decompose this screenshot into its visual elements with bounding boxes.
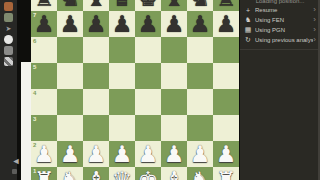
app-window: ➤ ◄ 8♜♞♝♛♚♝♞♜7♟♟♟♟♟♟♟♟65432♟♟♟♟♟♟♟♟1♜♞♝♛… (0, 0, 320, 180)
checker-grid-icon[interactable] (4, 57, 13, 66)
white-king-piece[interactable]: ♚ (135, 167, 161, 180)
square-g2[interactable]: ♟ (187, 141, 213, 167)
square-a6[interactable]: 6 (31, 37, 57, 63)
menu-item-resume[interactable]: + Resume › (240, 5, 320, 15)
chess-board: 8♜♞♝♛♚♝♞♜7♟♟♟♟♟♟♟♟65432♟♟♟♟♟♟♟♟1♜♞♝♛♚♝♞♜ (31, 0, 239, 180)
square-d7[interactable]: ♟ (109, 11, 135, 37)
history-icon: ↻ (244, 36, 252, 44)
square-a7[interactable]: 7♟ (31, 11, 57, 37)
white-pawn-piece[interactable]: ♟ (83, 141, 109, 167)
image-icon[interactable] (4, 13, 13, 22)
square-f6[interactable] (161, 37, 187, 63)
square-h2[interactable]: ♟ (213, 141, 239, 167)
chevron-right-icon: › (313, 25, 316, 35)
square-f3[interactable] (161, 115, 187, 141)
square-b4[interactable] (57, 89, 83, 115)
square-b8[interactable]: ♞ (57, 0, 83, 11)
square-e8[interactable]: ♚ (135, 0, 161, 11)
square-h7[interactable]: ♟ (213, 11, 239, 37)
square-d1[interactable]: ♛ (109, 167, 135, 180)
square-f4[interactable] (161, 89, 187, 115)
square-c1[interactable]: ♝ (83, 167, 109, 180)
menu-item-label: Using previous analysis (255, 37, 313, 43)
black-rook-piece[interactable]: ♜ (213, 0, 239, 11)
menu-item-using-pgn[interactable]: ▦ Using PGN › (240, 25, 320, 35)
square-g7[interactable]: ♟ (187, 11, 213, 37)
plus-icon: + (244, 7, 252, 14)
black-pawn-piece[interactable]: ♟ (161, 11, 187, 37)
square-c8[interactable]: ♝ (83, 0, 109, 11)
square-e2[interactable]: ♟ (135, 141, 161, 167)
square-b3[interactable] (57, 115, 83, 141)
white-pawn-piece[interactable]: ♟ (161, 141, 187, 167)
white-knight-piece[interactable]: ♞ (57, 167, 83, 180)
black-pawn-piece[interactable]: ♟ (135, 11, 161, 37)
square-h5[interactable] (213, 63, 239, 89)
side-panel-strip (21, 62, 31, 180)
white-pawn-piece[interactable]: ♟ (57, 141, 83, 167)
square-b1[interactable]: ♞ (57, 167, 83, 180)
square-g8[interactable]: ♞ (187, 0, 213, 11)
white-queen-piece[interactable]: ♛ (109, 167, 135, 180)
square-h1[interactable]: ♜ (213, 167, 239, 180)
black-knight-piece[interactable]: ♞ (57, 0, 83, 11)
white-rook-piece[interactable]: ♜ (213, 167, 239, 180)
menu-item-label: Using FEN (255, 17, 313, 23)
white-pawn-piece[interactable]: ♟ (187, 141, 213, 167)
square-c2[interactable]: ♟ (83, 141, 109, 167)
white-bishop-piece[interactable]: ♝ (83, 167, 109, 180)
square-g5[interactable] (187, 63, 213, 89)
black-bishop-piece[interactable]: ♝ (161, 0, 187, 11)
white-bishop-piece[interactable]: ♝ (161, 167, 187, 180)
square-a1[interactable]: 1♜ (31, 167, 57, 180)
square-g4[interactable] (187, 89, 213, 115)
square-e6[interactable] (135, 37, 161, 63)
square-a8[interactable]: 8♜ (31, 0, 57, 11)
square-a4[interactable]: 4 (31, 89, 57, 115)
black-queen-piece[interactable]: ♛ (109, 0, 135, 11)
square-d5[interactable] (109, 63, 135, 89)
chevron-right-icon: › (313, 15, 316, 25)
square-c4[interactable] (83, 89, 109, 115)
black-pawn-piece[interactable]: ♟ (83, 11, 109, 37)
square-d2[interactable]: ♟ (109, 141, 135, 167)
rank-label-3: 3 (33, 116, 36, 122)
square-c5[interactable] (83, 63, 109, 89)
square-c3[interactable] (83, 115, 109, 141)
square-h8[interactable]: ♜ (213, 0, 239, 11)
flame-icon[interactable] (4, 2, 13, 11)
square-e5[interactable] (135, 63, 161, 89)
black-bishop-piece[interactable]: ♝ (83, 0, 109, 11)
rank-label-7: 7 (33, 12, 36, 18)
square-a3[interactable]: 3 (31, 115, 57, 141)
square-e7[interactable]: ♟ (135, 11, 161, 37)
square-f7[interactable]: ♟ (161, 11, 187, 37)
menu-item-using-fen[interactable]: ♞ Using FEN › (240, 15, 320, 25)
square-a5[interactable]: 5 (31, 63, 57, 89)
square-b6[interactable] (57, 37, 83, 63)
cursor-icon[interactable]: ➤ (4, 24, 13, 33)
square-b5[interactable] (57, 63, 83, 89)
board-icon: ▦ (244, 26, 252, 34)
chevron-right-icon: › (313, 5, 316, 15)
black-rook-piece[interactable]: ♜ (31, 0, 57, 11)
square-e3[interactable] (135, 115, 161, 141)
black-pawn-piece[interactable]: ♟ (187, 11, 213, 37)
menu-item-label: Using PGN (255, 27, 313, 33)
menu-divider (240, 49, 320, 50)
rank-label-2: 2 (33, 142, 36, 148)
chat-bubble-icon[interactable] (4, 35, 13, 44)
menu-item-label: Resume (255, 7, 313, 13)
square-g1[interactable]: ♞ (187, 167, 213, 180)
rank-label-6: 6 (33, 38, 36, 44)
square-h4[interactable] (213, 89, 239, 115)
rank-label-1: 1 (33, 168, 36, 174)
left-toolbar: ➤ (0, 0, 17, 180)
square-a2[interactable]: 2♟ (31, 141, 57, 167)
square-b7[interactable]: ♟ (57, 11, 83, 37)
white-knight-piece[interactable]: ♞ (187, 167, 213, 180)
square-h3[interactable] (213, 115, 239, 141)
square-e1[interactable]: ♚ (135, 167, 161, 180)
menu-item-previous-analysis[interactable]: ↻ Using previous analysis › (240, 35, 320, 45)
knight-icon: ♞ (244, 16, 252, 24)
square-d4[interactable] (109, 89, 135, 115)
context-menu-panel: Loading position... + Resume › ♞ Using F… (240, 0, 320, 180)
square-b2[interactable]: ♟ (57, 141, 83, 167)
square-d6[interactable] (109, 37, 135, 63)
chevron-right-icon: › (313, 35, 316, 45)
square-f5[interactable] (161, 63, 187, 89)
rank-label-4: 4 (33, 90, 36, 96)
square-g3[interactable] (187, 115, 213, 141)
white-pawn-piece[interactable]: ♟ (213, 141, 239, 167)
square-f2[interactable]: ♟ (161, 141, 187, 167)
square-e4[interactable] (135, 89, 161, 115)
square-c7[interactable]: ♟ (83, 11, 109, 37)
rank-label-5: 5 (33, 64, 36, 70)
black-pawn-piece[interactable]: ♟ (109, 11, 135, 37)
black-king-piece[interactable]: ♚ (135, 0, 161, 11)
square-f8[interactable]: ♝ (161, 0, 187, 11)
tray-dot-icon[interactable] (12, 169, 17, 174)
white-pawn-piece[interactable]: ♟ (135, 141, 161, 167)
square-h6[interactable] (213, 37, 239, 63)
stop-icon[interactable] (4, 46, 13, 55)
square-c6[interactable] (83, 37, 109, 63)
white-pawn-piece[interactable]: ♟ (109, 141, 135, 167)
square-f1[interactable]: ♝ (161, 167, 187, 180)
square-d3[interactable] (109, 115, 135, 141)
square-g6[interactable] (187, 37, 213, 63)
black-pawn-piece[interactable]: ♟ (57, 11, 83, 37)
square-d8[interactable]: ♛ (109, 0, 135, 11)
black-pawn-piece[interactable]: ♟ (213, 11, 239, 37)
black-knight-piece[interactable]: ♞ (187, 0, 213, 11)
